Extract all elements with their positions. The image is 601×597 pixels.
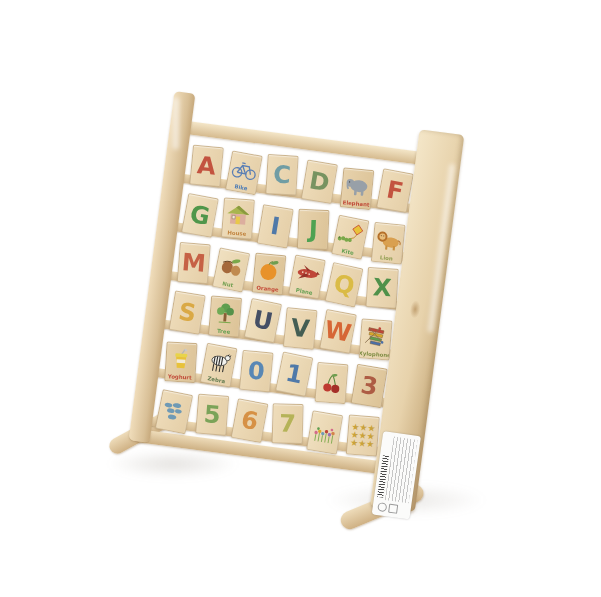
block-xylophone[interactable]: Xylophone <box>359 318 393 360</box>
nut-icon <box>215 248 249 283</box>
xylophone-icon <box>360 319 391 351</box>
block-glyph: 1 <box>282 354 306 395</box>
abacus-toy: ABikeCDElephantFGHouseIJKiteLionMNutOran… <box>112 78 467 542</box>
block-d[interactable]: D <box>301 159 338 204</box>
block-elephant[interactable]: Elephant <box>340 167 375 210</box>
block-caption: Xylophone <box>359 349 391 358</box>
block-glyph: U <box>250 300 277 341</box>
block-cherries[interactable] <box>314 362 348 404</box>
product-photo: ABikeCDElephantFGHouseIJKiteLionMNutOran… <box>0 0 601 597</box>
barcode-sticker <box>372 431 421 519</box>
blocks-grid: ABikeCDElephantFGHouseIJKiteLionMNutOran… <box>157 144 413 455</box>
house-icon <box>223 198 254 230</box>
block-j[interactable]: J <box>297 209 330 250</box>
block-glyph: A <box>196 146 218 186</box>
block-tree[interactable]: Tree <box>208 295 242 337</box>
block-lion[interactable]: Lion <box>371 222 406 265</box>
block-bike[interactable]: Bike <box>225 150 263 195</box>
block-nut[interactable]: Nut <box>212 247 250 292</box>
block-g[interactable]: G <box>181 193 219 238</box>
block-glyph: J <box>308 210 319 248</box>
block-kite[interactable]: Kite <box>331 215 369 260</box>
block-yoghurt[interactable]: Yoghurt <box>164 341 197 383</box>
zebra-icon <box>202 344 236 379</box>
block-caption: Bike <box>234 183 248 192</box>
block-3[interactable]: 3 <box>351 364 388 409</box>
dots-icon <box>156 390 192 433</box>
block-caption: Kite <box>341 247 354 256</box>
block-7[interactable]: 7 <box>272 403 304 444</box>
block-zebra[interactable]: Zebra <box>200 343 238 388</box>
block-glyph: 6 <box>238 400 261 440</box>
stars-icon: ★★★★★★★★★ <box>347 415 379 455</box>
block-glyph: W <box>322 310 355 352</box>
block-glyph: 0 <box>246 351 266 390</box>
block-glyph: V <box>289 309 311 349</box>
lion-icon <box>373 223 405 256</box>
cherries-icon <box>316 363 348 403</box>
block-q[interactable]: Q <box>325 262 364 308</box>
block-0[interactable]: 0 <box>239 350 274 393</box>
flowers-icon <box>307 411 342 453</box>
block-dots[interactable] <box>155 389 193 434</box>
block-stars[interactable]: ★★★★★★★★★ <box>346 414 380 456</box>
sticker-text-lines <box>385 437 418 504</box>
block-glyph: X <box>372 268 393 307</box>
block-c[interactable]: C <box>265 154 298 196</box>
block-caption: Tree <box>217 327 231 334</box>
block-w[interactable]: W <box>319 309 357 354</box>
block-5[interactable]: 5 <box>195 394 229 436</box>
block-glyph: 5 <box>202 395 222 434</box>
block-glyph: M <box>180 243 207 283</box>
wood-knot <box>409 300 421 319</box>
block-x[interactable]: X <box>365 267 398 309</box>
block-s[interactable]: S <box>169 290 206 335</box>
tree-icon <box>210 297 241 329</box>
block-caption: Yoghurt <box>168 373 192 381</box>
ce-mark <box>388 504 398 514</box>
block-a[interactable]: A <box>189 144 224 187</box>
block-plane[interactable]: Plane <box>288 254 326 299</box>
block-glyph: 3 <box>358 366 381 406</box>
block-f[interactable]: F <box>376 168 414 213</box>
block-house[interactable]: House <box>221 197 255 239</box>
block-m[interactable]: M <box>177 242 211 284</box>
plastic-glare <box>427 164 455 333</box>
block-glyph: G <box>187 195 213 236</box>
yoghurt-icon <box>166 342 197 374</box>
block-1[interactable]: 1 <box>275 351 313 396</box>
recycle-mark <box>377 502 387 512</box>
plane-icon <box>291 256 325 291</box>
block-glyph: D <box>306 161 332 202</box>
block-glyph: S <box>176 292 199 332</box>
block-flowers[interactable] <box>306 410 343 455</box>
block-caption: Elephant <box>342 199 369 208</box>
block-6[interactable]: 6 <box>231 398 269 443</box>
block-glyph: F <box>383 171 406 211</box>
block-i[interactable]: I <box>257 204 294 249</box>
block-glyph: I <box>268 207 283 246</box>
block-glyph: 7 <box>279 404 297 442</box>
block-v[interactable]: V <box>283 307 318 350</box>
block-glyph: Q <box>330 264 358 306</box>
plastic-glare <box>172 97 179 149</box>
kite-icon <box>334 216 368 251</box>
block-caption: House <box>227 229 246 237</box>
orange-icon <box>254 254 286 287</box>
elephant-icon <box>342 168 374 201</box>
block-caption: Orange <box>256 284 279 292</box>
block-u[interactable]: U <box>244 298 282 343</box>
bike-icon <box>228 151 262 186</box>
block-glyph: C <box>272 155 292 194</box>
block-orange[interactable]: Orange <box>252 253 287 296</box>
block-caption: Lion <box>380 254 393 262</box>
block-caption: Nut <box>222 280 234 288</box>
